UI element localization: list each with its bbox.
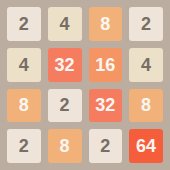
- tile-8: 8: [48, 129, 82, 163]
- tile-2: 2: [7, 129, 41, 163]
- tile-8: 8: [129, 89, 163, 123]
- tile-64: 64: [129, 129, 163, 163]
- tile-8: 8: [7, 89, 41, 123]
- board-grid: 24824321648232828264: [0, 0, 170, 170]
- tile-32: 32: [48, 48, 82, 82]
- tile-4: 4: [7, 48, 41, 82]
- tile-4: 4: [48, 7, 82, 41]
- tile-2: 2: [129, 7, 163, 41]
- tile-4: 4: [129, 48, 163, 82]
- tile-8: 8: [89, 7, 123, 41]
- tile-2: 2: [89, 129, 123, 163]
- tile-16: 16: [89, 48, 123, 82]
- tile-2: 2: [7, 7, 41, 41]
- tile-2: 2: [48, 89, 82, 123]
- tile-32: 32: [89, 89, 123, 123]
